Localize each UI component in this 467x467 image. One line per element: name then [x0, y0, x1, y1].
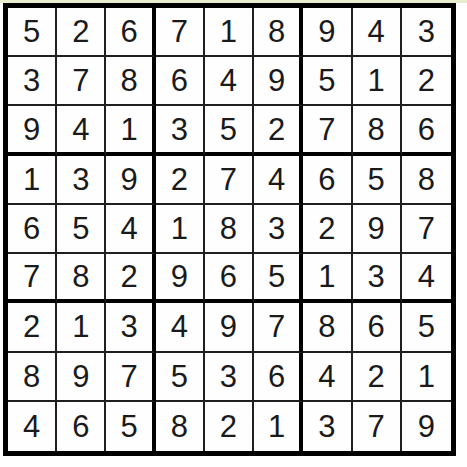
cell-r1c8: 4	[353, 8, 402, 57]
cell-r6c1: 7	[8, 254, 57, 303]
cell-r8c6: 6	[254, 353, 303, 402]
cell-r2c4: 6	[156, 57, 205, 106]
cell-r8c5: 3	[205, 353, 254, 402]
cell-r7c2: 1	[57, 303, 106, 352]
cell-r8c8: 2	[353, 353, 402, 402]
cell-r2c7: 5	[303, 57, 352, 106]
cell-r8c3: 7	[106, 353, 155, 402]
cell-r2c3: 8	[106, 57, 155, 106]
cell-r9c2: 6	[57, 402, 106, 451]
cell-r4c6: 4	[254, 156, 303, 205]
cell-r2c9: 2	[402, 57, 451, 106]
cell-r5c5: 8	[205, 205, 254, 254]
cell-r8c9: 1	[402, 353, 451, 402]
cell-r4c2: 3	[57, 156, 106, 205]
cell-r1c5: 1	[205, 8, 254, 57]
cell-r1c6: 8	[254, 8, 303, 57]
cell-r4c1: 1	[8, 156, 57, 205]
cell-r2c2: 7	[57, 57, 106, 106]
cell-r9c6: 1	[254, 402, 303, 451]
cell-r6c8: 3	[353, 254, 402, 303]
cell-r9c5: 2	[205, 402, 254, 451]
cell-r5c1: 6	[8, 205, 57, 254]
cell-r1c9: 3	[402, 8, 451, 57]
cell-r9c4: 8	[156, 402, 205, 451]
cell-r7c6: 7	[254, 303, 303, 352]
cell-r5c2: 5	[57, 205, 106, 254]
cell-r8c2: 9	[57, 353, 106, 402]
cell-r4c5: 7	[205, 156, 254, 205]
cell-r6c6: 5	[254, 254, 303, 303]
cell-r3c3: 1	[106, 106, 155, 155]
cell-r3c6: 2	[254, 106, 303, 155]
cell-r7c7: 8	[303, 303, 352, 352]
cell-r1c2: 2	[57, 8, 106, 57]
cell-r9c1: 4	[8, 402, 57, 451]
cell-r9c9: 9	[402, 402, 451, 451]
cell-r3c4: 3	[156, 106, 205, 155]
cell-r7c1: 2	[8, 303, 57, 352]
cell-r3c5: 5	[205, 106, 254, 155]
cell-r5c6: 3	[254, 205, 303, 254]
cell-r4c3: 9	[106, 156, 155, 205]
cell-r5c4: 1	[156, 205, 205, 254]
cell-r6c9: 4	[402, 254, 451, 303]
cell-r5c9: 7	[402, 205, 451, 254]
cell-r3c8: 8	[353, 106, 402, 155]
cell-r6c4: 9	[156, 254, 205, 303]
cell-r6c5: 6	[205, 254, 254, 303]
cell-r5c7: 2	[303, 205, 352, 254]
cell-r5c8: 9	[353, 205, 402, 254]
cell-r1c1: 5	[8, 8, 57, 57]
cell-r8c7: 4	[303, 353, 352, 402]
cell-r7c3: 3	[106, 303, 155, 352]
cell-r2c1: 3	[8, 57, 57, 106]
cell-r3c1: 9	[8, 106, 57, 155]
cell-r2c8: 1	[353, 57, 402, 106]
cell-r3c7: 7	[303, 106, 352, 155]
cell-r5c3: 4	[106, 205, 155, 254]
cell-r2c6: 9	[254, 57, 303, 106]
cell-r9c3: 5	[106, 402, 155, 451]
cell-r8c4: 5	[156, 353, 205, 402]
cell-r7c9: 5	[402, 303, 451, 352]
cell-r4c8: 5	[353, 156, 402, 205]
cell-r4c7: 6	[303, 156, 352, 205]
cell-r9c7: 3	[303, 402, 352, 451]
cell-r4c4: 2	[156, 156, 205, 205]
cell-r6c7: 1	[303, 254, 352, 303]
sudoku-board: 5267189433786495129413527861392746586541…	[3, 3, 456, 456]
cell-r2c5: 4	[205, 57, 254, 106]
cell-r4c9: 8	[402, 156, 451, 205]
cell-r9c8: 7	[353, 402, 402, 451]
cell-r3c9: 6	[402, 106, 451, 155]
cell-r6c2: 8	[57, 254, 106, 303]
cell-r1c4: 7	[156, 8, 205, 57]
cell-r8c1: 8	[8, 353, 57, 402]
cell-r7c4: 4	[156, 303, 205, 352]
cell-r1c3: 6	[106, 8, 155, 57]
cell-r7c5: 9	[205, 303, 254, 352]
page: 5267189433786495129413527861392746586541…	[0, 0, 467, 467]
cell-r6c3: 2	[106, 254, 155, 303]
cell-r3c2: 4	[57, 106, 106, 155]
cell-r1c7: 9	[303, 8, 352, 57]
cell-r7c8: 6	[353, 303, 402, 352]
